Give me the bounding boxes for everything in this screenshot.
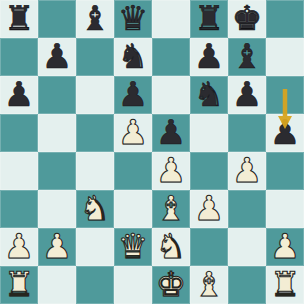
piece-white-knight[interactable]: ♞ bbox=[80, 189, 110, 227]
piece-black-pawn[interactable]: ♟ bbox=[4, 75, 34, 113]
square-e3[interactable]: ♝ bbox=[152, 190, 190, 228]
square-c7[interactable] bbox=[76, 38, 114, 76]
square-a2[interactable]: ♟ bbox=[0, 228, 38, 266]
square-b6[interactable] bbox=[38, 76, 76, 114]
square-b3[interactable] bbox=[38, 190, 76, 228]
square-c8[interactable]: ♝ bbox=[76, 0, 114, 38]
square-a3[interactable] bbox=[0, 190, 38, 228]
piece-white-bishop[interactable]: ♝ bbox=[194, 265, 224, 303]
square-d6[interactable]: ♟ bbox=[114, 76, 152, 114]
square-f1[interactable]: ♝ bbox=[190, 266, 228, 304]
square-h3[interactable] bbox=[266, 190, 304, 228]
piece-white-rook[interactable]: ♜ bbox=[4, 265, 34, 303]
square-f8[interactable]: ♜ bbox=[190, 0, 228, 38]
square-a6[interactable]: ♟ bbox=[0, 76, 38, 114]
square-b4[interactable] bbox=[38, 152, 76, 190]
square-h4[interactable] bbox=[266, 152, 304, 190]
square-g8[interactable]: ♚ bbox=[228, 0, 266, 38]
chess-board: ♜♝♛♜♚♟♞♟♝♟♟♞♟♟♟♟♟♟♞♝♟♟♟♛♞♟♜♚♝♜ bbox=[0, 0, 304, 304]
square-f6[interactable]: ♞ bbox=[190, 76, 228, 114]
square-e2[interactable]: ♞ bbox=[152, 228, 190, 266]
piece-white-king[interactable]: ♚ bbox=[156, 265, 186, 303]
square-d3[interactable] bbox=[114, 190, 152, 228]
square-c1[interactable] bbox=[76, 266, 114, 304]
square-h6[interactable] bbox=[266, 76, 304, 114]
square-d8[interactable]: ♛ bbox=[114, 0, 152, 38]
square-c2[interactable] bbox=[76, 228, 114, 266]
square-a7[interactable] bbox=[0, 38, 38, 76]
square-d4[interactable] bbox=[114, 152, 152, 190]
square-g7[interactable]: ♝ bbox=[228, 38, 266, 76]
square-a5[interactable] bbox=[0, 114, 38, 152]
square-c6[interactable] bbox=[76, 76, 114, 114]
piece-black-king[interactable]: ♚ bbox=[232, 0, 262, 37]
square-f4[interactable] bbox=[190, 152, 228, 190]
square-h1[interactable]: ♜ bbox=[266, 266, 304, 304]
square-f3[interactable]: ♟ bbox=[190, 190, 228, 228]
piece-white-pawn[interactable]: ♟ bbox=[156, 151, 186, 189]
square-c4[interactable] bbox=[76, 152, 114, 190]
piece-black-pawn[interactable]: ♟ bbox=[156, 113, 186, 151]
piece-white-rook[interactable]: ♜ bbox=[270, 265, 300, 303]
square-d7[interactable]: ♞ bbox=[114, 38, 152, 76]
piece-black-pawn[interactable]: ♟ bbox=[42, 37, 72, 75]
piece-white-queen[interactable]: ♛ bbox=[118, 227, 148, 265]
square-e7[interactable] bbox=[152, 38, 190, 76]
square-g2[interactable] bbox=[228, 228, 266, 266]
piece-black-rook[interactable]: ♜ bbox=[4, 0, 34, 37]
square-g5[interactable] bbox=[228, 114, 266, 152]
square-h2[interactable]: ♟ bbox=[266, 228, 304, 266]
piece-black-rook[interactable]: ♜ bbox=[194, 0, 224, 37]
piece-white-pawn[interactable]: ♟ bbox=[4, 227, 34, 265]
square-b7[interactable]: ♟ bbox=[38, 38, 76, 76]
square-b5[interactable] bbox=[38, 114, 76, 152]
piece-black-pawn[interactable]: ♟ bbox=[270, 113, 300, 151]
square-d5[interactable]: ♟ bbox=[114, 114, 152, 152]
square-e5[interactable]: ♟ bbox=[152, 114, 190, 152]
piece-white-pawn[interactable]: ♟ bbox=[42, 227, 72, 265]
square-b2[interactable]: ♟ bbox=[38, 228, 76, 266]
piece-white-knight[interactable]: ♞ bbox=[156, 227, 186, 265]
piece-black-queen[interactable]: ♛ bbox=[118, 0, 148, 37]
square-f7[interactable]: ♟ bbox=[190, 38, 228, 76]
piece-black-bishop[interactable]: ♝ bbox=[80, 0, 110, 37]
square-e4[interactable]: ♟ bbox=[152, 152, 190, 190]
square-a1[interactable]: ♜ bbox=[0, 266, 38, 304]
piece-white-pawn[interactable]: ♟ bbox=[232, 151, 262, 189]
square-h7[interactable] bbox=[266, 38, 304, 76]
piece-white-pawn[interactable]: ♟ bbox=[270, 227, 300, 265]
square-b1[interactable] bbox=[38, 266, 76, 304]
square-h8[interactable] bbox=[266, 0, 304, 38]
square-f2[interactable] bbox=[190, 228, 228, 266]
square-f5[interactable] bbox=[190, 114, 228, 152]
piece-black-bishop[interactable]: ♝ bbox=[232, 37, 262, 75]
square-g3[interactable] bbox=[228, 190, 266, 228]
square-g1[interactable] bbox=[228, 266, 266, 304]
piece-black-pawn[interactable]: ♟ bbox=[232, 75, 262, 113]
piece-black-pawn[interactable]: ♟ bbox=[194, 37, 224, 75]
square-g6[interactable]: ♟ bbox=[228, 76, 266, 114]
square-h5[interactable]: ♟ bbox=[266, 114, 304, 152]
square-a8[interactable]: ♜ bbox=[0, 0, 38, 38]
square-c5[interactable] bbox=[76, 114, 114, 152]
square-d1[interactable] bbox=[114, 266, 152, 304]
square-e6[interactable] bbox=[152, 76, 190, 114]
square-g4[interactable]: ♟ bbox=[228, 152, 266, 190]
piece-black-pawn[interactable]: ♟ bbox=[118, 75, 148, 113]
piece-white-pawn[interactable]: ♟ bbox=[194, 189, 224, 227]
square-b8[interactable] bbox=[38, 0, 76, 38]
square-e1[interactable]: ♚ bbox=[152, 266, 190, 304]
piece-white-pawn[interactable]: ♟ bbox=[118, 113, 148, 151]
square-e8[interactable] bbox=[152, 0, 190, 38]
piece-white-bishop[interactable]: ♝ bbox=[156, 189, 186, 227]
chess-board-wrap: ♜♝♛♜♚♟♞♟♝♟♟♞♟♟♟♟♟♟♞♝♟♟♟♛♞♟♜♚♝♜ bbox=[0, 0, 304, 304]
square-d2[interactable]: ♛ bbox=[114, 228, 152, 266]
piece-black-knight[interactable]: ♞ bbox=[194, 75, 224, 113]
square-a4[interactable] bbox=[0, 152, 38, 190]
square-c3[interactable]: ♞ bbox=[76, 190, 114, 228]
piece-black-knight[interactable]: ♞ bbox=[118, 37, 148, 75]
